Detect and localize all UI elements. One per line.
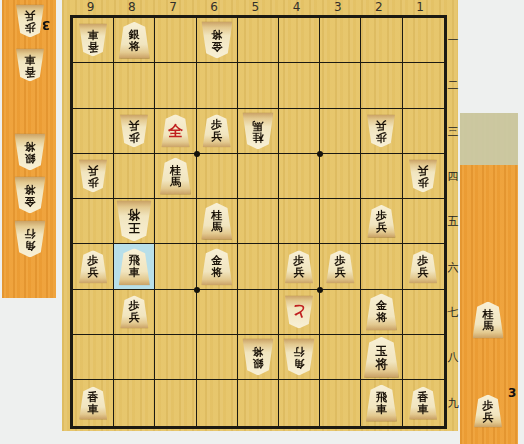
- piece-kanji: 角: [294, 357, 305, 369]
- piece-kanji: 馬: [170, 176, 181, 188]
- rank-label: 五: [446, 199, 460, 244]
- piece-kanji: 歩: [88, 176, 99, 188]
- piece-kanji: 兵: [88, 164, 99, 176]
- piece-kanji: 歩: [129, 300, 140, 312]
- piece-kanji: 兵: [129, 312, 140, 324]
- square-1一[interactable]: [403, 18, 444, 63]
- sente-piece[interactable]: 桂馬: [473, 302, 504, 339]
- square-6二[interactable]: [197, 63, 238, 108]
- piece-kanji: 将: [25, 140, 36, 152]
- gote-hand-piece-slot[interactable]: 角行: [12, 220, 48, 260]
- piece-kanji: 歩: [129, 131, 140, 143]
- square-9二[interactable]: [73, 63, 114, 108]
- square-8四[interactable]: [114, 154, 155, 199]
- square-5三[interactable]: 桂馬: [238, 109, 279, 154]
- piece-kanji: 歩: [376, 131, 387, 143]
- square-3一[interactable]: [320, 18, 361, 63]
- piece-kanji: 歩: [88, 255, 99, 267]
- square-1三[interactable]: [403, 109, 444, 154]
- sente-promoted-piece[interactable]: 全: [161, 114, 189, 147]
- piece-kanji: 歩: [294, 255, 305, 267]
- square-7九[interactable]: [155, 380, 196, 425]
- sente-piece[interactable]: 歩兵: [409, 250, 437, 283]
- piece-kanji: 兵: [294, 267, 305, 279]
- hoshi-dot: [194, 151, 200, 157]
- square-3六[interactable]: 歩兵: [320, 244, 361, 289]
- square-4八[interactable]: 角行: [279, 335, 320, 380]
- piece-kanji: 銀: [129, 28, 140, 40]
- sente-piece[interactable]: 香車: [409, 387, 437, 420]
- square-6三[interactable]: 歩兵: [197, 109, 238, 154]
- gote-piece[interactable]: 桂馬: [242, 112, 273, 149]
- square-9七[interactable]: [73, 290, 114, 335]
- sente-piece[interactable]: 歩兵: [367, 205, 395, 238]
- square-2三[interactable]: 歩兵: [361, 109, 402, 154]
- square-3二[interactable]: [320, 63, 361, 108]
- piece-kanji: 兵: [418, 164, 429, 176]
- piece-kanji: 兵: [376, 221, 387, 233]
- piece-kanji: 王: [128, 221, 140, 234]
- piece-kanji: 桂: [170, 164, 181, 176]
- rank-label: 六: [446, 244, 460, 289]
- gote-piece[interactable]: 歩兵: [409, 160, 437, 193]
- gote-piece[interactable]: 金将: [201, 22, 232, 59]
- piece-kanji: 桂: [211, 209, 222, 221]
- piece-kanji: 桂: [252, 131, 263, 143]
- square-1四[interactable]: 歩兵: [403, 154, 444, 199]
- square-4二[interactable]: [279, 63, 320, 108]
- square-9三[interactable]: [73, 109, 114, 154]
- tray-top-marker: [460, 113, 518, 165]
- sente-piece[interactable]: 歩兵: [79, 250, 107, 283]
- gote-piece[interactable]: 銀将: [15, 133, 46, 170]
- hoshi-dot: [317, 151, 323, 157]
- rank-label: 九: [446, 380, 460, 425]
- piece-kanji: 兵: [335, 267, 346, 279]
- sente-piece[interactable]: 香車: [79, 387, 107, 420]
- piece-kanji: 金: [211, 255, 222, 267]
- piece-kanji: 車: [129, 267, 140, 279]
- sente-hand-piece-slot[interactable]: 歩兵3: [470, 392, 506, 432]
- sente-piece[interactable]: 玉将: [364, 337, 399, 378]
- file-label: 2: [358, 0, 399, 14]
- sente-piece[interactable]: 歩兵: [474, 395, 502, 428]
- square-2八[interactable]: 玉将: [361, 335, 402, 380]
- sente-piece[interactable]: 金将: [366, 293, 397, 330]
- square-4六[interactable]: 歩兵: [279, 244, 320, 289]
- square-7一[interactable]: [155, 18, 196, 63]
- square-1八[interactable]: [403, 335, 444, 380]
- piece-kanji: 兵: [418, 267, 429, 279]
- square-2五[interactable]: 歩兵: [361, 199, 402, 244]
- square-7二[interactable]: [155, 63, 196, 108]
- sente-piece[interactable]: 歩兵: [120, 295, 148, 328]
- gote-piece[interactable]: 金将: [15, 177, 46, 214]
- piece-kanji: 将: [211, 28, 222, 40]
- piece-kanji: 車: [88, 28, 99, 40]
- piece-kanji: 金: [211, 40, 222, 52]
- square-8五[interactable]: 王将: [114, 199, 155, 244]
- sente-piece[interactable]: 銀将: [119, 22, 150, 59]
- square-9四[interactable]: 歩兵: [73, 154, 114, 199]
- board-grid-wrap: 香車銀将金将歩兵全歩兵桂馬歩兵歩兵桂馬歩兵王将桂馬歩兵歩兵飛車金将歩兵歩兵歩兵歩…: [70, 15, 447, 429]
- piece-kanji: 車: [376, 403, 387, 415]
- square-5七[interactable]: [238, 290, 279, 335]
- piece-kanji: 桂: [483, 308, 494, 320]
- piece-kanji: 兵: [129, 119, 140, 131]
- square-5八[interactable]: 銀将: [238, 335, 279, 380]
- square-4四[interactable]: [279, 154, 320, 199]
- square-4一[interactable]: [279, 18, 320, 63]
- piece-kanji: 飛: [376, 391, 387, 403]
- piece-kanji: 歩: [335, 255, 346, 267]
- square-7五[interactable]: [155, 199, 196, 244]
- piece-kanji: 将: [375, 357, 387, 370]
- square-7六[interactable]: [155, 244, 196, 289]
- piece-kanji: 兵: [211, 131, 222, 143]
- piece-kanji: 金: [25, 195, 36, 207]
- piece-kanji: 香: [418, 391, 429, 403]
- piece-kanji: 車: [25, 53, 36, 65]
- file-label: 7: [152, 0, 193, 14]
- rank-label: 七: [446, 290, 460, 335]
- square-4五[interactable]: [279, 199, 320, 244]
- piece-kanji: 兵: [25, 9, 36, 21]
- piece-kanji: 馬: [252, 119, 263, 131]
- square-7七[interactable]: [155, 290, 196, 335]
- square-1七[interactable]: [403, 290, 444, 335]
- sente-piece[interactable]: 桂馬: [201, 203, 232, 240]
- square-3八[interactable]: [320, 335, 361, 380]
- square-5四[interactable]: [238, 154, 279, 199]
- square-7八[interactable]: [155, 335, 196, 380]
- rank-label: 一: [446, 18, 460, 63]
- square-1二[interactable]: [403, 63, 444, 108]
- shogi-app: 歩兵3香車銀将金将角行 987654321 香車銀将金将歩兵全歩兵桂馬歩兵歩兵桂…: [0, 0, 524, 444]
- square-9九[interactable]: 香車: [73, 380, 114, 425]
- square-3四[interactable]: [320, 154, 361, 199]
- piece-kanji: 兵: [483, 411, 494, 423]
- square-3五[interactable]: [320, 199, 361, 244]
- piece-kanji: 飛: [129, 255, 140, 267]
- piece-kanji: 歩: [211, 119, 222, 131]
- gote-promoted-piece[interactable]: と: [285, 295, 313, 328]
- gote-piece[interactable]: 香車: [16, 48, 44, 81]
- square-5五[interactable]: [238, 199, 279, 244]
- square-2四[interactable]: [361, 154, 402, 199]
- sente-piece[interactable]: 歩兵: [326, 250, 354, 283]
- square-9五[interactable]: [73, 199, 114, 244]
- square-8三[interactable]: 歩兵: [114, 109, 155, 154]
- piece-kanji: 将: [252, 345, 263, 357]
- square-8六[interactable]: 飛車: [114, 244, 155, 289]
- square-4七[interactable]: と: [279, 290, 320, 335]
- piece-kanji: 行: [294, 345, 305, 357]
- square-1六[interactable]: 歩兵: [403, 244, 444, 289]
- square-2六[interactable]: [361, 244, 402, 289]
- file-label: 9: [70, 0, 111, 14]
- file-label: 4: [276, 0, 317, 14]
- square-2二[interactable]: [361, 63, 402, 108]
- sente-piece[interactable]: 飛車: [119, 248, 150, 285]
- square-7四[interactable]: 桂馬: [155, 154, 196, 199]
- rank-label: 二: [446, 63, 460, 108]
- square-1五[interactable]: [403, 199, 444, 244]
- piece-kanji: 将: [376, 312, 387, 324]
- square-8九[interactable]: [114, 380, 155, 425]
- piece-kanji: 将: [25, 183, 36, 195]
- piece-kanji: 香: [88, 391, 99, 403]
- gote-piece[interactable]: 角行: [284, 339, 315, 376]
- gote-piece[interactable]: 角行: [15, 220, 46, 257]
- piece-kanji: 車: [88, 403, 99, 415]
- square-2一[interactable]: [361, 18, 402, 63]
- piece-kanji: 歩: [418, 176, 429, 188]
- square-6七[interactable]: [197, 290, 238, 335]
- piece-kanji: 行: [25, 227, 36, 239]
- piece-kanji: 角: [25, 239, 36, 251]
- gote-piece[interactable]: 香車: [79, 24, 107, 57]
- square-5六[interactable]: [238, 244, 279, 289]
- piece-kanji: 将: [211, 267, 222, 279]
- piece-kanji: と: [291, 304, 306, 320]
- square-9一[interactable]: 香車: [73, 18, 114, 63]
- file-label: 1: [400, 0, 441, 14]
- file-label: 5: [235, 0, 276, 14]
- piece-kanji: 銀: [25, 152, 36, 164]
- piece-kanji: 将: [129, 40, 140, 52]
- gote-piece[interactable]: 歩兵: [367, 114, 395, 147]
- square-8七[interactable]: 歩兵: [114, 290, 155, 335]
- sente-hand-tray: 桂馬歩兵3: [460, 113, 518, 444]
- file-label: 3: [317, 0, 358, 14]
- gote-piece[interactable]: 歩兵: [120, 114, 148, 147]
- piece-kanji: 香: [25, 65, 36, 77]
- square-2七[interactable]: 金将: [361, 290, 402, 335]
- rank-label: 三: [446, 109, 460, 154]
- piece-kanji: 歩: [483, 399, 494, 411]
- piece-kanji: 玉: [375, 344, 387, 357]
- piece-kanji: 馬: [211, 221, 222, 233]
- square-8八[interactable]: [114, 335, 155, 380]
- square-8一[interactable]: 銀将: [114, 18, 155, 63]
- piece-kanji: 金: [376, 300, 387, 312]
- gote-hand-tray: 歩兵3香車銀将金将角行: [2, 0, 56, 298]
- square-5一[interactable]: [238, 18, 279, 63]
- piece-kanji: 歩: [25, 21, 36, 33]
- hoshi-dot: [194, 287, 200, 293]
- piece-kanji: 兵: [88, 267, 99, 279]
- square-5九[interactable]: [238, 380, 279, 425]
- square-6四[interactable]: [197, 154, 238, 199]
- sente-piece[interactable]: 桂馬: [160, 158, 191, 195]
- piece-kanji: 全: [168, 123, 183, 139]
- piece-kanji: 歩: [418, 255, 429, 267]
- gote-piece[interactable]: 銀将: [242, 339, 273, 376]
- sente-piece[interactable]: 金将: [201, 248, 232, 285]
- square-8二[interactable]: [114, 63, 155, 108]
- square-9六[interactable]: 歩兵: [73, 244, 114, 289]
- square-7三[interactable]: 全: [155, 109, 196, 154]
- square-3九[interactable]: [320, 380, 361, 425]
- file-label: 8: [111, 0, 152, 14]
- square-6九[interactable]: [197, 380, 238, 425]
- rank-label: 八: [446, 335, 460, 380]
- piece-kanji: 将: [128, 208, 140, 221]
- square-3七[interactable]: [320, 290, 361, 335]
- piece-kanji: 馬: [483, 320, 494, 332]
- file-label: 6: [194, 0, 235, 14]
- gote-piece[interactable]: 王将: [117, 201, 152, 242]
- piece-kanji: 兵: [376, 119, 387, 131]
- piece-kanji: 香: [88, 40, 99, 52]
- rank-labels: 一二三四五六七八九: [446, 18, 460, 426]
- sente-piece[interactable]: 歩兵: [203, 114, 231, 147]
- piece-kanji: 歩: [376, 209, 387, 221]
- file-labels: 987654321: [70, 0, 441, 14]
- sente-piece[interactable]: 歩兵: [285, 250, 313, 283]
- sente-piece[interactable]: 飛車: [366, 385, 397, 422]
- square-1九[interactable]: 香車: [403, 380, 444, 425]
- hand-piece-count: 3: [508, 386, 516, 400]
- hand-piece-count: 3: [42, 18, 50, 32]
- gote-hand-piece-slot[interactable]: 香車: [12, 46, 48, 86]
- piece-kanji: 車: [418, 403, 429, 415]
- piece-kanji: 銀: [252, 357, 263, 369]
- square-3三[interactable]: [320, 109, 361, 154]
- square-6六[interactable]: 金将: [197, 244, 238, 289]
- square-2九[interactable]: 飛車: [361, 380, 402, 425]
- gote-hand-piece-slot[interactable]: 銀将: [12, 133, 48, 173]
- square-6八[interactable]: [197, 335, 238, 380]
- square-4三[interactable]: [279, 109, 320, 154]
- square-6一[interactable]: 金将: [197, 18, 238, 63]
- board-grid: 香車銀将金将歩兵全歩兵桂馬歩兵歩兵桂馬歩兵王将桂馬歩兵歩兵飛車金将歩兵歩兵歩兵歩…: [70, 15, 447, 429]
- rank-label: 四: [446, 154, 460, 199]
- square-4九[interactable]: [279, 380, 320, 425]
- square-6五[interactable]: 桂馬: [197, 199, 238, 244]
- square-5二[interactable]: [238, 63, 279, 108]
- sente-hand-piece-slot[interactable]: 桂馬: [470, 301, 506, 341]
- gote-piece[interactable]: 歩兵: [79, 160, 107, 193]
- shogi-board: 987654321 香車銀将金将歩兵全歩兵桂馬歩兵歩兵桂馬歩兵王将桂馬歩兵歩兵飛…: [62, 0, 458, 431]
- hoshi-dot: [317, 287, 323, 293]
- square-9八[interactable]: [73, 335, 114, 380]
- gote-hand-piece-slot[interactable]: 金将: [12, 176, 48, 216]
- gote-piece[interactable]: 歩兵: [16, 5, 44, 38]
- gote-hand-piece-slot[interactable]: 歩兵3: [12, 2, 48, 42]
